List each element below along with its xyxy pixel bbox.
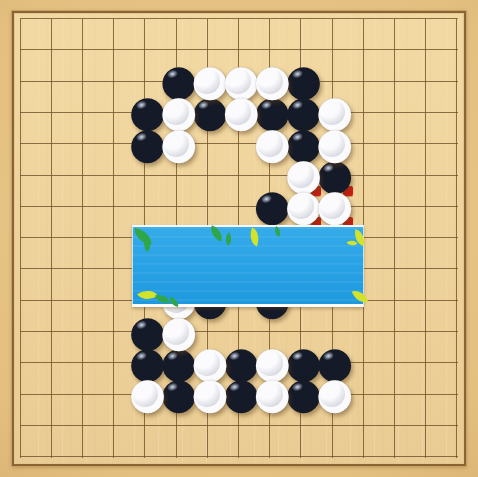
grid-vertical-line	[113, 19, 114, 458]
go-app-window: ●●●●●●●●●●●●●●●●●●●●●●●●●●●●●●●●●●●●●●●●…	[0, 0, 478, 477]
grid-vertical-line	[82, 19, 83, 458]
leaf-icon	[222, 232, 234, 246]
leaf-icon	[346, 237, 357, 248]
grid-horizontal-line	[20, 331, 458, 332]
leaf-icon	[155, 293, 170, 305]
black-stone: ●	[129, 128, 161, 160]
white-stone: ●	[191, 378, 223, 410]
white-stone: ●	[160, 128, 192, 160]
grid-horizontal-line	[20, 143, 458, 144]
grid-horizontal-line	[20, 18, 458, 19]
white-stone: ●	[254, 378, 286, 410]
leaf-icon	[207, 225, 225, 241]
grid-horizontal-line	[20, 49, 458, 50]
leaf-icon	[137, 286, 158, 305]
grid-vertical-line	[456, 19, 457, 458]
grid-horizontal-line	[20, 425, 458, 426]
leaf-icon	[140, 237, 154, 252]
black-stone: ●	[254, 190, 286, 222]
grid-horizontal-line	[20, 456, 458, 457]
grid-vertical-line	[20, 19, 21, 458]
grid-vertical-line	[51, 19, 52, 458]
leaf-icon	[168, 297, 179, 307]
white-stone: ●	[254, 128, 286, 160]
white-stone: ●	[316, 190, 348, 222]
leaf-icon	[132, 228, 155, 246]
white-stone: ●	[160, 316, 192, 348]
white-stone: ●	[222, 96, 254, 128]
white-stone: ●	[129, 378, 161, 410]
white-stone: ●	[285, 190, 317, 222]
message-banner	[132, 225, 364, 307]
grid-vertical-line	[394, 19, 395, 458]
leaf-icon	[247, 228, 263, 247]
grid-vertical-line	[425, 19, 426, 458]
grid-horizontal-line	[20, 175, 458, 176]
grid-horizontal-line	[20, 206, 458, 207]
white-stone: ●	[316, 378, 348, 410]
leaf-icon	[272, 226, 283, 237]
